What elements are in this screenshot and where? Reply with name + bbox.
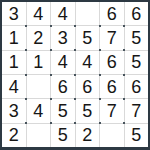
cell-r3c6[interactable]: 5: [125, 51, 149, 74]
cell-digit: 6: [131, 78, 141, 96]
cell-r5c3[interactable]: 5: [51, 99, 75, 122]
cell-digit: 4: [9, 78, 19, 96]
cell-digit: 1: [33, 53, 43, 71]
cell-r2c4[interactable]: 5: [76, 26, 100, 49]
cell-digit: 7: [107, 102, 117, 120]
cell-digit: 3: [9, 102, 19, 120]
cell-r3c3[interactable]: 4: [51, 51, 75, 74]
cell-r5c4[interactable]: 5: [76, 99, 100, 122]
cell-digit: 4: [33, 102, 43, 120]
cell-r6c6[interactable]: 5: [125, 124, 149, 147]
cell-digit: 4: [33, 5, 43, 23]
cell-r2c2[interactable]: 2: [27, 26, 51, 49]
cell-digit: 1: [9, 53, 19, 71]
cell-r4c2[interactable]: [27, 75, 51, 98]
cell-r1c4[interactable]: [76, 2, 100, 25]
cell-r2c1[interactable]: 1: [2, 26, 26, 49]
cell-r1c2[interactable]: 4: [27, 2, 51, 25]
cell-digit: 7: [131, 102, 141, 120]
cell-r4c3[interactable]: 6: [51, 75, 75, 98]
puzzle-board: 34466123575114465466663455772525: [0, 0, 150, 150]
cell-digit: 7: [107, 29, 117, 47]
cell-digit: 6: [107, 78, 117, 96]
cell-r3c1[interactable]: 1: [2, 51, 26, 74]
cell-r5c1[interactable]: 3: [2, 99, 26, 122]
cell-digit: 6: [107, 5, 117, 23]
cell-r1c1[interactable]: 3: [2, 2, 26, 25]
cell-r2c5[interactable]: 7: [100, 26, 124, 49]
cell-r1c5[interactable]: 6: [100, 2, 124, 25]
cell-digit: 2: [82, 126, 92, 144]
cell-digit: 6: [107, 53, 117, 71]
cell-digit: 6: [82, 78, 92, 96]
puzzle-grid: 34466123575114465466663455772525: [2, 2, 148, 147]
cell-r5c2[interactable]: 4: [27, 99, 51, 122]
cell-digit: 2: [33, 29, 43, 47]
cell-digit: 5: [131, 126, 141, 144]
cell-r4c1[interactable]: 4: [2, 75, 26, 98]
cell-digit: 5: [58, 126, 68, 144]
cell-r4c5[interactable]: 6: [100, 75, 124, 98]
cell-r3c4[interactable]: 4: [76, 51, 100, 74]
cell-r4c6[interactable]: 6: [125, 75, 149, 98]
cell-r1c3[interactable]: 4: [51, 2, 75, 25]
cell-digit: 6: [58, 78, 68, 96]
cell-r5c5[interactable]: 7: [100, 99, 124, 122]
cell-digit: 4: [58, 5, 68, 23]
cell-r6c5[interactable]: [100, 124, 124, 147]
cell-r3c2[interactable]: 1: [27, 51, 51, 74]
cell-r5c6[interactable]: 7: [125, 99, 149, 122]
cell-digit: 3: [9, 5, 19, 23]
cell-digit: 3: [58, 29, 68, 47]
cell-digit: 5: [82, 102, 92, 120]
cell-r1c6[interactable]: 6: [125, 2, 149, 25]
cell-digit: 4: [58, 53, 68, 71]
cell-r6c3[interactable]: 5: [51, 124, 75, 147]
cell-digit: 5: [58, 102, 68, 120]
cell-digit: 2: [9, 126, 19, 144]
cell-digit: 5: [131, 53, 141, 71]
cell-digit: 5: [82, 29, 92, 47]
cell-digit: 6: [131, 5, 141, 23]
cell-digit: 1: [9, 29, 19, 47]
cell-r4c4[interactable]: 6: [76, 75, 100, 98]
cell-digit: 5: [131, 29, 141, 47]
cell-r6c1[interactable]: 2: [2, 124, 26, 147]
cell-r6c2[interactable]: [27, 124, 51, 147]
cell-r3c5[interactable]: 6: [100, 51, 124, 74]
cell-digit: 4: [82, 53, 92, 71]
cell-r2c6[interactable]: 5: [125, 26, 149, 49]
cell-r2c3[interactable]: 3: [51, 26, 75, 49]
cell-r6c4[interactable]: 2: [76, 124, 100, 147]
